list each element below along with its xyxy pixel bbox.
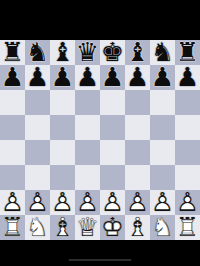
piece-fill-glyph: ♟ xyxy=(175,190,200,215)
bottom-black-bar xyxy=(0,240,200,266)
white-knight-g1[interactable]: ♞♘ xyxy=(150,215,175,240)
piece-fill-glyph: ♟ xyxy=(50,190,75,215)
piece-fill-glyph: ♟ xyxy=(125,190,150,215)
black-pawn-f7[interactable]: ♟ xyxy=(125,65,150,90)
square-f7[interactable]: ♟ xyxy=(125,65,150,90)
piece-fill-glyph: ♟ xyxy=(150,65,175,90)
piece-outline-glyph: ♙ xyxy=(75,190,100,215)
white-pawn-e2[interactable]: ♟♙ xyxy=(100,190,125,215)
piece-outline-glyph: ♙ xyxy=(100,190,125,215)
square-e8[interactable]: ♚ xyxy=(100,40,125,65)
square-e2[interactable]: ♟♙ xyxy=(100,190,125,215)
square-d8[interactable]: ♛ xyxy=(75,40,100,65)
piece-outline-glyph: ♙ xyxy=(25,190,50,215)
square-d5[interactable] xyxy=(75,115,100,140)
black-queen-d8[interactable]: ♛ xyxy=(75,40,100,65)
square-c5[interactable] xyxy=(50,115,75,140)
white-bishop-c1[interactable]: ♝♗ xyxy=(50,215,75,240)
piece-fill-glyph: ♞ xyxy=(25,40,50,65)
piece-fill-glyph: ♟ xyxy=(0,190,25,215)
piece-fill-glyph: ♝ xyxy=(125,215,150,240)
white-bishop-f1[interactable]: ♝♗ xyxy=(125,215,150,240)
square-h8[interactable]: ♜ xyxy=(175,40,200,65)
piece-fill-glyph: ♚ xyxy=(100,40,125,65)
white-pawn-c2[interactable]: ♟♙ xyxy=(50,190,75,215)
square-c4[interactable] xyxy=(50,140,75,165)
square-b2[interactable]: ♟♙ xyxy=(25,190,50,215)
piece-fill-glyph: ♟ xyxy=(100,190,125,215)
piece-outline-glyph: ♙ xyxy=(50,190,75,215)
square-b4[interactable] xyxy=(25,140,50,165)
white-pawn-a2[interactable]: ♟♙ xyxy=(0,190,25,215)
square-f5[interactable] xyxy=(125,115,150,140)
square-a5[interactable] xyxy=(0,115,25,140)
piece-fill-glyph: ♜ xyxy=(175,40,200,65)
square-h4[interactable] xyxy=(175,140,200,165)
black-king-e8[interactable]: ♚ xyxy=(100,40,125,65)
square-b6[interactable] xyxy=(25,90,50,115)
piece-fill-glyph: ♟ xyxy=(25,65,50,90)
piece-fill-glyph: ♝ xyxy=(50,40,75,65)
piece-fill-glyph: ♟ xyxy=(175,65,200,90)
piece-outline-glyph: ♘ xyxy=(25,215,50,240)
square-g6[interactable] xyxy=(150,90,175,115)
piece-fill-glyph: ♟ xyxy=(75,65,100,90)
piece-fill-glyph: ♚ xyxy=(100,215,125,240)
square-d1[interactable]: ♛♕ xyxy=(75,215,100,240)
white-pawn-h2[interactable]: ♟♙ xyxy=(175,190,200,215)
piece-fill-glyph: ♟ xyxy=(75,190,100,215)
black-bishop-c8[interactable]: ♝ xyxy=(50,40,75,65)
piece-fill-glyph: ♟ xyxy=(50,65,75,90)
square-a2[interactable]: ♟♙ xyxy=(0,190,25,215)
square-f2[interactable]: ♟♙ xyxy=(125,190,150,215)
square-c7[interactable]: ♟ xyxy=(50,65,75,90)
piece-outline-glyph: ♘ xyxy=(150,215,175,240)
app-screen: ♜♞♝♛♚♝♞♜♟♟♟♟♟♟♟♟♟♙♟♙♟♙♟♙♟♙♟♙♟♙♟♙♜♖♞♘♝♗♛♕… xyxy=(0,0,200,266)
white-pawn-g2[interactable]: ♟♙ xyxy=(150,190,175,215)
square-h5[interactable] xyxy=(175,115,200,140)
square-g3[interactable] xyxy=(150,165,175,190)
square-b5[interactable] xyxy=(25,115,50,140)
square-d7[interactable]: ♟ xyxy=(75,65,100,90)
square-e7[interactable]: ♟ xyxy=(100,65,125,90)
square-g4[interactable] xyxy=(150,140,175,165)
square-f8[interactable]: ♝ xyxy=(125,40,150,65)
square-b8[interactable]: ♞ xyxy=(25,40,50,65)
square-e5[interactable] xyxy=(100,115,125,140)
square-h6[interactable] xyxy=(175,90,200,115)
square-c1[interactable]: ♝♗ xyxy=(50,215,75,240)
black-pawn-d7[interactable]: ♟ xyxy=(75,65,100,90)
square-f4[interactable] xyxy=(125,140,150,165)
chess-board: ♜♞♝♛♚♝♞♜♟♟♟♟♟♟♟♟♟♙♟♙♟♙♟♙♟♙♟♙♟♙♟♙♜♖♞♘♝♗♛♕… xyxy=(0,40,200,240)
black-rook-a8[interactable]: ♜ xyxy=(0,40,25,65)
piece-fill-glyph: ♜ xyxy=(175,215,200,240)
black-bishop-f8[interactable]: ♝ xyxy=(125,40,150,65)
piece-fill-glyph: ♞ xyxy=(25,215,50,240)
white-rook-h1[interactable]: ♜♖ xyxy=(175,215,200,240)
piece-outline-glyph: ♙ xyxy=(175,190,200,215)
square-h7[interactable]: ♟ xyxy=(175,65,200,90)
black-knight-g8[interactable]: ♞ xyxy=(150,40,175,65)
square-f3[interactable] xyxy=(125,165,150,190)
square-c2[interactable]: ♟♙ xyxy=(50,190,75,215)
white-pawn-d2[interactable]: ♟♙ xyxy=(75,190,100,215)
square-e6[interactable] xyxy=(100,90,125,115)
piece-fill-glyph: ♟ xyxy=(100,65,125,90)
top-black-bar xyxy=(0,0,200,40)
black-knight-b8[interactable]: ♞ xyxy=(25,40,50,65)
home-indicator[interactable] xyxy=(69,259,132,261)
piece-outline-glyph: ♖ xyxy=(175,215,200,240)
piece-outline-glyph: ♕ xyxy=(75,215,100,240)
piece-outline-glyph: ♙ xyxy=(125,190,150,215)
square-h3[interactable] xyxy=(175,165,200,190)
piece-fill-glyph: ♜ xyxy=(0,215,25,240)
piece-outline-glyph: ♖ xyxy=(0,215,25,240)
square-d2[interactable]: ♟♙ xyxy=(75,190,100,215)
piece-fill-glyph: ♝ xyxy=(50,215,75,240)
square-b7[interactable]: ♟ xyxy=(25,65,50,90)
square-a7[interactable]: ♟ xyxy=(0,65,25,90)
black-pawn-b7[interactable]: ♟ xyxy=(25,65,50,90)
square-h2[interactable]: ♟♙ xyxy=(175,190,200,215)
piece-fill-glyph: ♟ xyxy=(25,190,50,215)
square-b3[interactable] xyxy=(25,165,50,190)
square-b1[interactable]: ♞♘ xyxy=(25,215,50,240)
piece-outline-glyph: ♙ xyxy=(150,190,175,215)
piece-fill-glyph: ♞ xyxy=(150,40,175,65)
piece-fill-glyph: ♞ xyxy=(150,215,175,240)
piece-fill-glyph: ♟ xyxy=(150,190,175,215)
square-c6[interactable] xyxy=(50,90,75,115)
white-rook-a1[interactable]: ♜♖ xyxy=(0,215,25,240)
black-pawn-h7[interactable]: ♟ xyxy=(175,65,200,90)
black-pawn-a7[interactable]: ♟ xyxy=(0,65,25,90)
square-a4[interactable] xyxy=(0,140,25,165)
square-d4[interactable] xyxy=(75,140,100,165)
square-f1[interactable]: ♝♗ xyxy=(125,215,150,240)
square-g1[interactable]: ♞♘ xyxy=(150,215,175,240)
square-c8[interactable]: ♝ xyxy=(50,40,75,65)
square-g8[interactable]: ♞ xyxy=(150,40,175,65)
square-e4[interactable] xyxy=(100,140,125,165)
piece-outline-glyph: ♔ xyxy=(100,215,125,240)
piece-outline-glyph: ♙ xyxy=(0,190,25,215)
black-pawn-g7[interactable]: ♟ xyxy=(150,65,175,90)
square-e3[interactable] xyxy=(100,165,125,190)
black-pawn-c7[interactable]: ♟ xyxy=(50,65,75,90)
piece-fill-glyph: ♜ xyxy=(0,40,25,65)
square-c3[interactable] xyxy=(50,165,75,190)
square-g2[interactable]: ♟♙ xyxy=(150,190,175,215)
white-pawn-b2[interactable]: ♟♙ xyxy=(25,190,50,215)
black-rook-h8[interactable]: ♜ xyxy=(175,40,200,65)
square-a1[interactable]: ♜♖ xyxy=(0,215,25,240)
square-a3[interactable] xyxy=(0,165,25,190)
piece-fill-glyph: ♟ xyxy=(125,65,150,90)
piece-outline-glyph: ♗ xyxy=(50,215,75,240)
white-pawn-f2[interactable]: ♟♙ xyxy=(125,190,150,215)
square-g7[interactable]: ♟ xyxy=(150,65,175,90)
white-knight-b1[interactable]: ♞♘ xyxy=(25,215,50,240)
square-f6[interactable] xyxy=(125,90,150,115)
square-h1[interactable]: ♜♖ xyxy=(175,215,200,240)
square-d6[interactable] xyxy=(75,90,100,115)
square-g5[interactable] xyxy=(150,115,175,140)
black-pawn-e7[interactable]: ♟ xyxy=(100,65,125,90)
square-a6[interactable] xyxy=(0,90,25,115)
piece-fill-glyph: ♝ xyxy=(125,40,150,65)
square-e1[interactable]: ♚♔ xyxy=(100,215,125,240)
square-d3[interactable] xyxy=(75,165,100,190)
white-king-e1[interactable]: ♚♔ xyxy=(100,215,125,240)
white-queen-d1[interactable]: ♛♕ xyxy=(75,215,100,240)
piece-fill-glyph: ♟ xyxy=(0,65,25,90)
piece-fill-glyph: ♛ xyxy=(75,40,100,65)
piece-fill-glyph: ♛ xyxy=(75,215,100,240)
piece-outline-glyph: ♗ xyxy=(125,215,150,240)
square-a8[interactable]: ♜ xyxy=(0,40,25,65)
